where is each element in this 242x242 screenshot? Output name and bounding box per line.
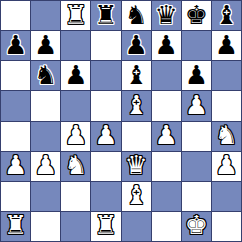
square-h2[interactable] (212, 182, 241, 211)
piece-black-pawn[interactable]: ♟ (185, 62, 208, 88)
piece-white-pawn[interactable]: ♟ (94, 122, 117, 148)
square-e2[interactable]: ♝ (122, 182, 151, 211)
square-h7[interactable]: ♟ (212, 31, 241, 60)
piece-black-knight[interactable]: ♞ (124, 2, 147, 28)
piece-white-knight[interactable]: ♞ (64, 152, 87, 178)
square-h5[interactable] (212, 91, 241, 120)
square-g2[interactable] (182, 182, 211, 211)
square-b6[interactable]: ♞ (31, 61, 60, 90)
piece-white-rook[interactable]: ♜ (4, 212, 27, 238)
square-a5[interactable] (1, 91, 30, 120)
square-a3[interactable]: ♟ (1, 152, 30, 181)
square-h1[interactable] (212, 212, 241, 241)
square-f5[interactable] (152, 91, 181, 120)
square-e1[interactable] (122, 212, 151, 241)
square-h8[interactable]: ♝ (212, 1, 241, 30)
square-c6[interactable]: ♟ (61, 61, 90, 90)
square-f7[interactable]: ♟ (152, 31, 181, 60)
piece-black-bishop[interactable]: ♝ (124, 62, 147, 88)
piece-white-pawn[interactable]: ♟ (155, 122, 178, 148)
square-b3[interactable]: ♟ (31, 152, 60, 181)
square-g6[interactable]: ♟ (182, 61, 211, 90)
piece-black-knight[interactable]: ♞ (34, 62, 57, 88)
piece-black-pawn[interactable]: ♟ (215, 32, 238, 58)
square-d7[interactable] (91, 31, 120, 60)
piece-black-pawn[interactable]: ♟ (64, 62, 87, 88)
chess-board: ♜♜♞♛♚♝♟♟♟♟♟♞♟♝♟♝♟♟♟♟♞♟♟♞♛♟♝♜♜♚ (0, 0, 242, 242)
square-a2[interactable] (1, 182, 30, 211)
piece-white-king[interactable]: ♚ (185, 212, 208, 238)
piece-white-bishop[interactable]: ♝ (124, 92, 147, 118)
square-a6[interactable] (1, 61, 30, 90)
piece-black-pawn[interactable]: ♟ (155, 32, 178, 58)
piece-black-king[interactable]: ♚ (185, 2, 208, 28)
square-b2[interactable] (31, 182, 60, 211)
square-h4[interactable]: ♞ (212, 122, 241, 151)
piece-white-queen[interactable]: ♛ (124, 152, 147, 178)
piece-black-pawn[interactable]: ♟ (4, 32, 27, 58)
square-f6[interactable] (152, 61, 181, 90)
piece-white-rook[interactable]: ♜ (94, 212, 117, 238)
piece-black-pawn[interactable]: ♟ (124, 32, 147, 58)
piece-white-bishop[interactable]: ♝ (124, 182, 147, 208)
square-f1[interactable] (152, 212, 181, 241)
square-d4[interactable]: ♟ (91, 122, 120, 151)
square-d6[interactable] (91, 61, 120, 90)
square-a4[interactable] (1, 122, 30, 151)
piece-white-knight[interactable]: ♞ (215, 122, 238, 148)
square-g3[interactable] (182, 152, 211, 181)
square-a7[interactable]: ♟ (1, 31, 30, 60)
square-d5[interactable] (91, 91, 120, 120)
piece-white-pawn[interactable]: ♟ (4, 152, 27, 178)
square-b5[interactable] (31, 91, 60, 120)
square-h3[interactable]: ♟ (212, 152, 241, 181)
square-d8[interactable]: ♜ (91, 1, 120, 30)
square-d2[interactable] (91, 182, 120, 211)
square-h6[interactable] (212, 61, 241, 90)
piece-white-rook[interactable]: ♜ (64, 2, 87, 28)
square-c7[interactable] (61, 31, 90, 60)
square-e7[interactable]: ♟ (122, 31, 151, 60)
square-f8[interactable]: ♛ (152, 1, 181, 30)
square-f2[interactable] (152, 182, 181, 211)
square-g1[interactable]: ♚ (182, 212, 211, 241)
piece-black-pawn[interactable]: ♟ (34, 32, 57, 58)
square-f4[interactable]: ♟ (152, 122, 181, 151)
square-b8[interactable] (31, 1, 60, 30)
square-b4[interactable] (31, 122, 60, 151)
square-c3[interactable]: ♞ (61, 152, 90, 181)
square-g8[interactable]: ♚ (182, 1, 211, 30)
square-e4[interactable] (122, 122, 151, 151)
square-g4[interactable] (182, 122, 211, 151)
square-b7[interactable]: ♟ (31, 31, 60, 60)
square-d1[interactable]: ♜ (91, 212, 120, 241)
piece-white-pawn[interactable]: ♟ (34, 152, 57, 178)
square-e8[interactable]: ♞ (122, 1, 151, 30)
piece-black-queen[interactable]: ♛ (155, 2, 178, 28)
square-c4[interactable]: ♟ (61, 122, 90, 151)
square-e6[interactable]: ♝ (122, 61, 151, 90)
square-c8[interactable]: ♜ (61, 1, 90, 30)
square-b1[interactable] (31, 212, 60, 241)
square-c1[interactable] (61, 212, 90, 241)
piece-black-bishop[interactable]: ♝ (215, 2, 238, 28)
square-a1[interactable]: ♜ (1, 212, 30, 241)
square-c5[interactable] (61, 91, 90, 120)
square-e5[interactable]: ♝ (122, 91, 151, 120)
piece-black-rook[interactable]: ♜ (94, 2, 117, 28)
square-c2[interactable] (61, 182, 90, 211)
piece-white-pawn[interactable]: ♟ (185, 92, 208, 118)
square-a8[interactable] (1, 1, 30, 30)
square-f3[interactable] (152, 152, 181, 181)
square-d3[interactable] (91, 152, 120, 181)
square-g5[interactable]: ♟ (182, 91, 211, 120)
piece-white-pawn[interactable]: ♟ (215, 152, 238, 178)
piece-white-pawn[interactable]: ♟ (64, 122, 87, 148)
square-g7[interactable] (182, 31, 211, 60)
square-e3[interactable]: ♛ (122, 152, 151, 181)
